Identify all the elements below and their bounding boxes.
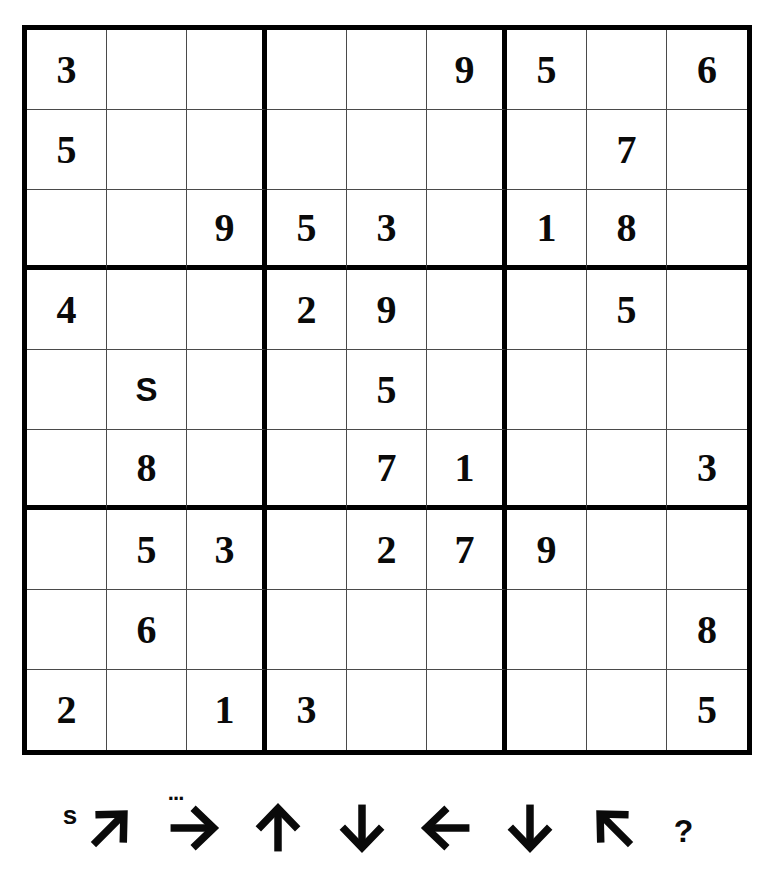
cell-r8c4[interactable] — [267, 590, 347, 670]
cell-r7c4[interactable] — [267, 510, 347, 590]
cell-r3c4[interactable]: 5 — [267, 190, 347, 270]
cell-r9c7[interactable] — [507, 670, 587, 750]
given-digit: 3 — [297, 690, 317, 730]
given-digit: 5 — [537, 50, 557, 90]
cell-r1c3[interactable] — [187, 30, 267, 110]
cell-r5c3[interactable] — [187, 350, 267, 430]
cell-r3c5[interactable]: 3 — [347, 190, 427, 270]
cell-r6c3[interactable] — [187, 430, 267, 510]
arrow-up-left-icon — [584, 796, 644, 860]
cell-r9c9[interactable]: 5 — [667, 670, 747, 750]
given-digit: 1 — [537, 208, 557, 248]
ellipsis-label: ··· — [168, 788, 184, 810]
given-digit: 3 — [697, 448, 717, 488]
cell-r2c3[interactable] — [187, 110, 267, 190]
cell-r8c6[interactable] — [427, 590, 507, 670]
cell-r1c9[interactable]: 6 — [667, 30, 747, 110]
given-digit: 4 — [57, 290, 77, 330]
cell-r5c6[interactable] — [427, 350, 507, 430]
cell-r7c9[interactable] — [667, 510, 747, 590]
given-digit: 3 — [57, 50, 77, 90]
cell-r3c8[interactable]: 8 — [587, 190, 667, 270]
cell-r4c6[interactable] — [427, 270, 507, 350]
cell-r8c7[interactable] — [507, 590, 587, 670]
given-digit: 5 — [137, 530, 157, 570]
cell-r4c2[interactable] — [107, 270, 187, 350]
question-mark: ? — [674, 815, 694, 847]
cell-r1c4[interactable] — [267, 30, 347, 110]
cell-r2c2[interactable] — [107, 110, 187, 190]
cell-r8c8[interactable] — [587, 590, 667, 670]
cell-r7c7[interactable]: 9 — [507, 510, 587, 590]
given-digit: 9 — [455, 50, 475, 90]
cell-r7c5[interactable]: 2 — [347, 510, 427, 590]
cell-r3c6[interactable] — [427, 190, 507, 270]
given-digit: 5 — [697, 690, 717, 730]
cell-r4c4[interactable]: 2 — [267, 270, 347, 350]
cell-r6c9[interactable]: 3 — [667, 430, 747, 510]
cell-r2c8[interactable]: 7 — [587, 110, 667, 190]
cell-r9c6[interactable] — [427, 670, 507, 750]
cell-r1c5[interactable] — [347, 30, 427, 110]
given-digit: 2 — [57, 690, 77, 730]
cell-r3c7[interactable]: 1 — [507, 190, 587, 270]
cell-r7c3[interactable]: 3 — [187, 510, 267, 590]
cell-r7c8[interactable] — [587, 510, 667, 590]
cell-r3c1[interactable] — [27, 190, 107, 270]
cell-r5c7[interactable] — [507, 350, 587, 430]
cell-r8c2[interactable]: 6 — [107, 590, 187, 670]
given-digit: 3 — [215, 530, 235, 570]
given-digit: 2 — [297, 290, 317, 330]
cell-r9c2[interactable] — [107, 670, 187, 750]
given-digit: 6 — [697, 50, 717, 90]
cell-r6c1[interactable] — [27, 430, 107, 510]
given-digit: 9 — [377, 290, 397, 330]
given-digit: 5 — [57, 130, 77, 170]
cell-r2c6[interactable] — [427, 110, 507, 190]
puzzle-page: 395657953184295S5871353279682135 s···? — [0, 0, 773, 880]
cell-r2c9[interactable] — [667, 110, 747, 190]
cell-r3c2[interactable] — [107, 190, 187, 270]
cell-r7c2[interactable]: 5 — [107, 510, 187, 590]
cell-r6c6[interactable]: 1 — [427, 430, 507, 510]
given-digit: 8 — [697, 610, 717, 650]
arrow-down-icon — [332, 796, 392, 860]
arrow-up-icon — [248, 796, 308, 860]
given-digit: 7 — [617, 130, 637, 170]
given-digit: 3 — [377, 208, 397, 248]
given-digit: 2 — [377, 530, 397, 570]
cell-r9c1[interactable]: 2 — [27, 670, 107, 750]
given-digit: 9 — [215, 208, 235, 248]
given-digit: 5 — [617, 290, 637, 330]
sudoku-board: 395657953184295S5871353279682135 — [22, 25, 752, 755]
cell-r2c4[interactable] — [267, 110, 347, 190]
cell-r5c5[interactable]: 5 — [347, 350, 427, 430]
cell-r2c1[interactable]: 5 — [27, 110, 107, 190]
start-marker: S — [135, 373, 157, 406]
cell-r3c3[interactable]: 9 — [187, 190, 267, 270]
cell-r9c4[interactable]: 3 — [267, 670, 347, 750]
cell-r6c4[interactable] — [267, 430, 347, 510]
given-digit: 9 — [537, 530, 557, 570]
arrow-down-icon — [500, 796, 560, 860]
cell-r5c4[interactable] — [267, 350, 347, 430]
arrow-right-icon: ··· — [164, 796, 224, 860]
cell-r4c5[interactable]: 9 — [347, 270, 427, 350]
cell-r8c5[interactable] — [347, 590, 427, 670]
given-digit: 7 — [377, 448, 397, 488]
cell-r6c2[interactable]: 8 — [107, 430, 187, 510]
start-label: s — [63, 802, 77, 828]
cell-r9c8[interactable] — [587, 670, 667, 750]
cell-r6c5[interactable]: 7 — [347, 430, 427, 510]
given-digit: 8 — [617, 208, 637, 248]
cell-r2c7[interactable] — [507, 110, 587, 190]
cell-r8c1[interactable] — [27, 590, 107, 670]
arrow-clue-row: s···? — [0, 788, 773, 868]
given-digit: 5 — [297, 208, 317, 248]
cell-r4c1[interactable]: 4 — [27, 270, 107, 350]
given-digit: 7 — [455, 530, 475, 570]
cell-r5c9[interactable] — [667, 350, 747, 430]
cell-r2c5[interactable] — [347, 110, 427, 190]
arrow-up-right-icon: s — [80, 796, 140, 860]
given-digit: 1 — [455, 448, 475, 488]
cell-r6c8[interactable] — [587, 430, 667, 510]
cell-r5c8[interactable] — [587, 350, 667, 430]
cell-r1c7[interactable]: 5 — [507, 30, 587, 110]
cell-r4c3[interactable] — [187, 270, 267, 350]
cell-r5c1[interactable] — [27, 350, 107, 430]
cell-r1c2[interactable] — [107, 30, 187, 110]
given-digit: 6 — [137, 610, 157, 650]
given-digit: 8 — [137, 448, 157, 488]
cell-r7c6[interactable]: 7 — [427, 510, 507, 590]
cell-r5c2[interactable]: S — [107, 350, 187, 430]
cell-r4c7[interactable] — [507, 270, 587, 350]
cell-r9c3[interactable]: 1 — [187, 670, 267, 750]
cell-r3c9[interactable] — [667, 190, 747, 270]
cell-r8c9[interactable]: 8 — [667, 590, 747, 670]
cell-r7c1[interactable] — [27, 510, 107, 590]
cell-r6c7[interactable] — [507, 430, 587, 510]
cell-r8c3[interactable] — [187, 590, 267, 670]
cell-r9c5[interactable] — [347, 670, 427, 750]
cell-r1c8[interactable] — [587, 30, 667, 110]
given-digit: 5 — [377, 370, 397, 410]
cell-r4c8[interactable]: 5 — [587, 270, 667, 350]
cell-r4c9[interactable] — [667, 270, 747, 350]
cell-r1c6[interactable]: 9 — [427, 30, 507, 110]
cell-r1c1[interactable]: 3 — [27, 30, 107, 110]
given-digit: 1 — [215, 690, 235, 730]
arrow-left-icon — [416, 796, 476, 860]
